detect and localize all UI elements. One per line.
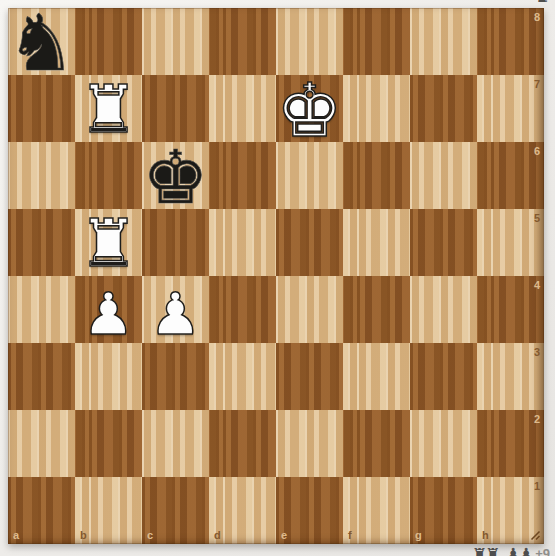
square-d7[interactable] (209, 75, 276, 142)
black-knight-a8[interactable]: ♞ (8, 9, 75, 76)
square-a5[interactable] (8, 209, 75, 276)
board: abcdefgh87654321♞♜♚♚♜♟♟ (8, 8, 544, 544)
material-score: +9 (535, 546, 550, 556)
square-h8[interactable] (477, 8, 544, 75)
captured-pieces-white-tray: ♜♜ ♟♟ +9 (472, 546, 550, 556)
captured-knight-icon: ♞ (534, 0, 547, 5)
square-b8[interactable] (75, 8, 142, 75)
square-g8[interactable] (410, 8, 477, 75)
square-f5[interactable] (343, 209, 410, 276)
square-g6[interactable] (410, 142, 477, 209)
square-d6[interactable] (209, 142, 276, 209)
square-h7[interactable] (477, 75, 544, 142)
square-e2[interactable] (276, 410, 343, 477)
white-king-e7[interactable]: ♚ (276, 76, 343, 143)
square-a1[interactable] (8, 477, 75, 544)
square-c2[interactable] (142, 410, 209, 477)
square-a4[interactable] (8, 276, 75, 343)
square-g2[interactable] (410, 410, 477, 477)
white-pawn-c4[interactable]: ♟ (142, 280, 209, 347)
square-g4[interactable] (410, 276, 477, 343)
square-c1[interactable] (142, 477, 209, 544)
square-a6[interactable] (8, 142, 75, 209)
square-f4[interactable] (343, 276, 410, 343)
square-f7[interactable] (343, 75, 410, 142)
square-f3[interactable] (343, 343, 410, 410)
square-a2[interactable] (8, 410, 75, 477)
square-c8[interactable] (142, 8, 209, 75)
square-d3[interactable] (209, 343, 276, 410)
square-b2[interactable] (75, 410, 142, 477)
square-g5[interactable] (410, 209, 477, 276)
square-e3[interactable] (276, 343, 343, 410)
square-b3[interactable] (75, 343, 142, 410)
chess-board-widget: ♞ abcdefgh87654321♞♜♚♚♜♟♟ ♜♜ ♟♟ +9 (0, 0, 555, 556)
square-h6[interactable] (477, 142, 544, 209)
square-e5[interactable] (276, 209, 343, 276)
square-a3[interactable] (8, 343, 75, 410)
white-pawn-b4[interactable]: ♟ (75, 280, 142, 347)
square-g7[interactable] (410, 75, 477, 142)
square-b1[interactable] (75, 477, 142, 544)
square-d5[interactable] (209, 209, 276, 276)
square-h4[interactable] (477, 276, 544, 343)
square-b6[interactable] (75, 142, 142, 209)
square-f2[interactable] (343, 410, 410, 477)
square-f1[interactable] (343, 477, 410, 544)
square-g3[interactable] (410, 343, 477, 410)
resize-handle-icon[interactable] (528, 528, 541, 541)
white-rook-b5[interactable]: ♜ (75, 210, 142, 277)
square-h3[interactable] (477, 343, 544, 410)
captured-pieces-black-tray: ♞ (534, 0, 547, 5)
square-d1[interactable] (209, 477, 276, 544)
square-e8[interactable] (276, 8, 343, 75)
captured-pawns-icons: ♟♟ (505, 546, 531, 556)
square-e4[interactable] (276, 276, 343, 343)
square-d4[interactable] (209, 276, 276, 343)
square-d2[interactable] (209, 410, 276, 477)
square-f8[interactable] (343, 8, 410, 75)
square-h5[interactable] (477, 209, 544, 276)
square-c3[interactable] (142, 343, 209, 410)
captured-rooks-icons: ♜♜ (472, 546, 498, 556)
black-king-c6[interactable]: ♚ (142, 143, 209, 210)
square-e1[interactable] (276, 477, 343, 544)
square-f6[interactable] (343, 142, 410, 209)
square-h2[interactable] (477, 410, 544, 477)
white-rook-b7[interactable]: ♜ (75, 76, 142, 143)
square-d8[interactable] (209, 8, 276, 75)
square-c7[interactable] (142, 75, 209, 142)
square-g1[interactable] (410, 477, 477, 544)
